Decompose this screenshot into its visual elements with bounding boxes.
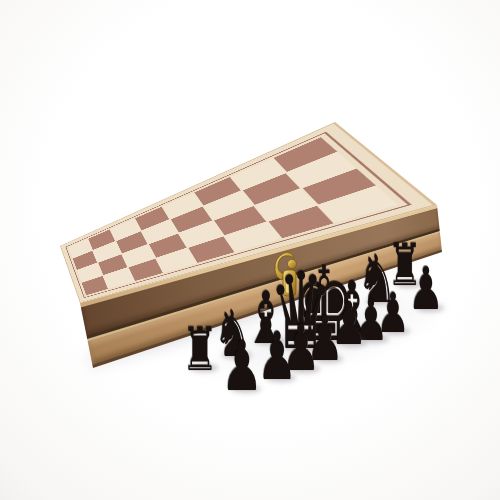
black-pawn: ♟ (408, 259, 444, 318)
black-pawn: ♟ (221, 332, 263, 401)
product-photo-scene: ♜♞♝♛♚♝♞♜♟♟♟♟♟♟♟♟ (0, 0, 500, 500)
black-rook: ♜ (182, 319, 219, 379)
